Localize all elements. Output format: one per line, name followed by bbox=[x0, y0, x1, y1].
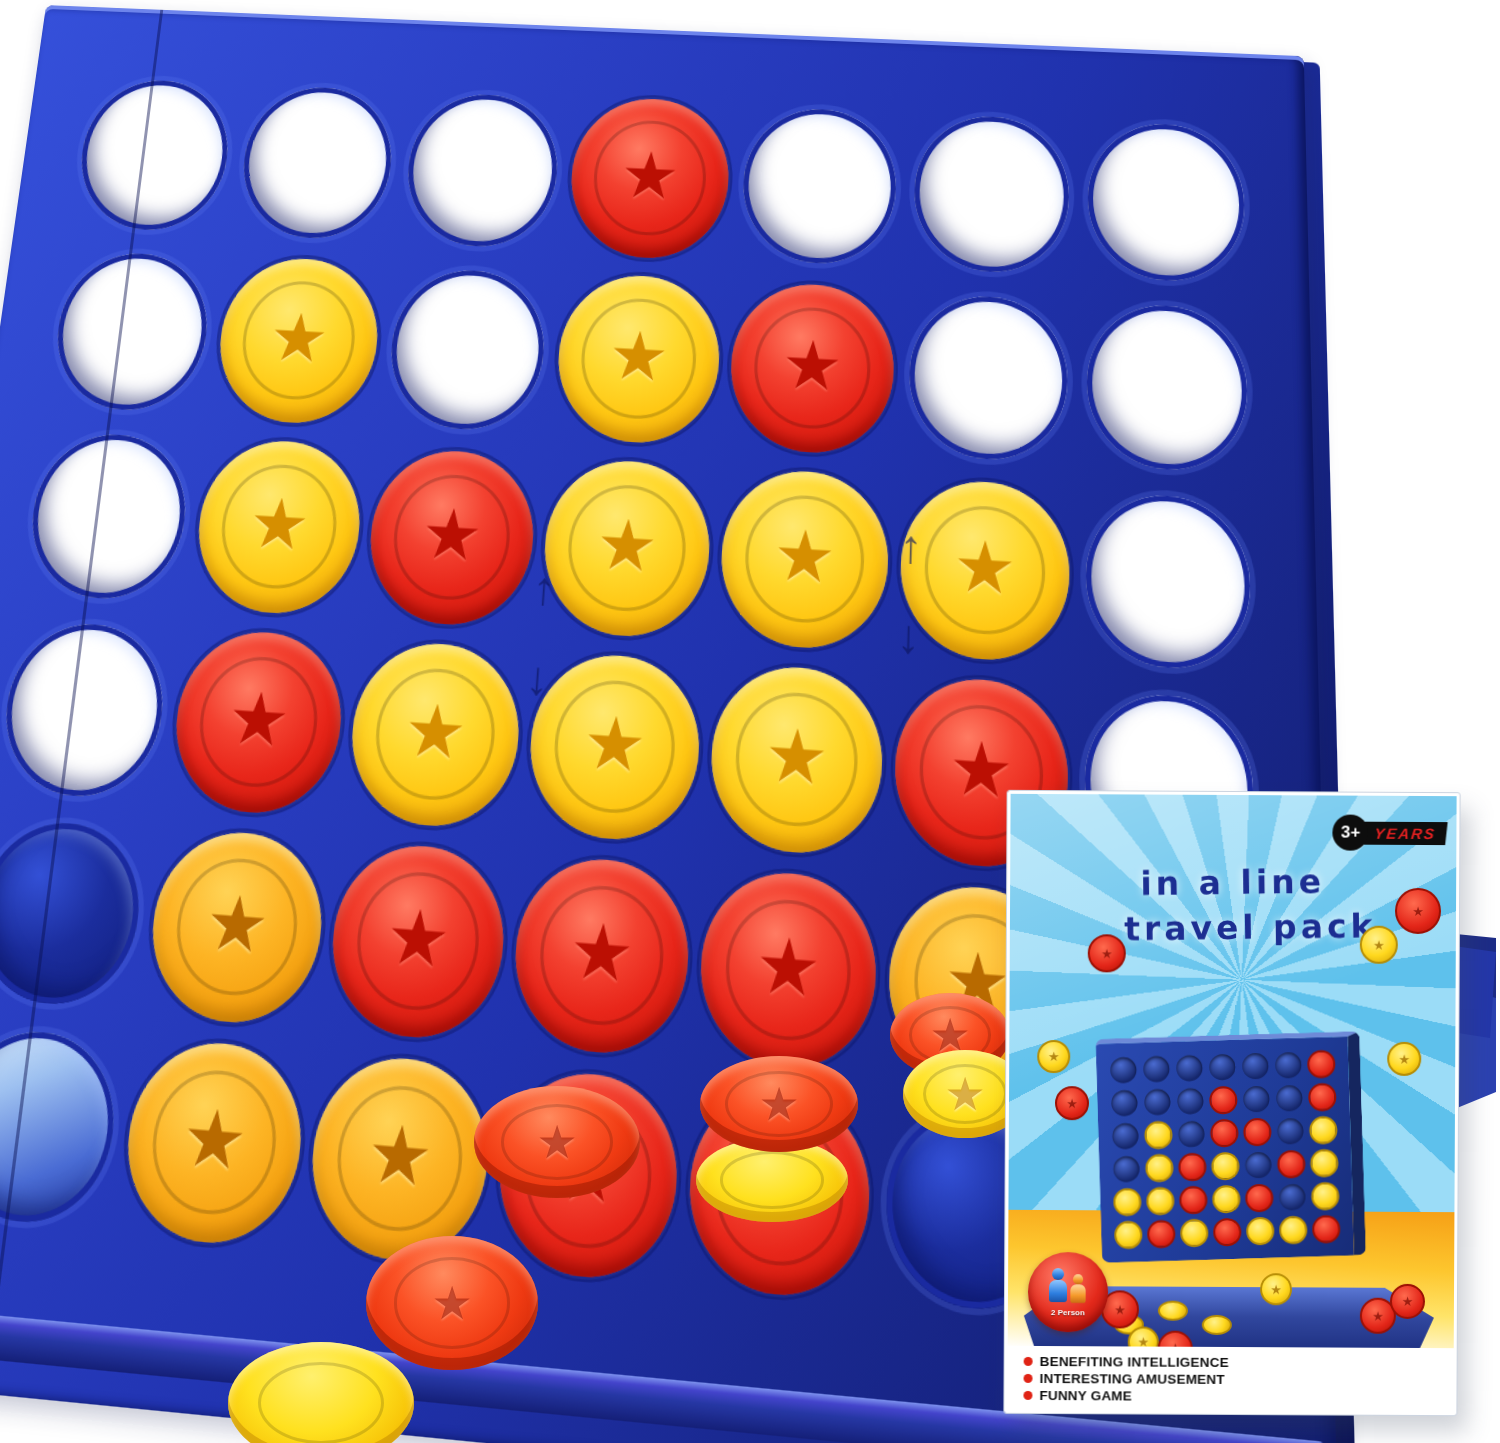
empty-hole bbox=[22, 431, 193, 604]
mini-cell-r3c3 bbox=[1177, 1120, 1206, 1149]
mini-empty-hole bbox=[1279, 1184, 1306, 1211]
cell-r4c3: ★ bbox=[345, 638, 523, 833]
mini-empty-hole bbox=[1209, 1054, 1236, 1081]
mini-cell-r5c5 bbox=[1245, 1184, 1274, 1213]
red-disc: ★ bbox=[167, 627, 349, 818]
cell-r2c7 bbox=[1084, 297, 1250, 478]
cell-r5c4: ★ bbox=[510, 853, 692, 1061]
empty-hole bbox=[907, 293, 1068, 464]
mini-empty-hole bbox=[1111, 1090, 1138, 1117]
cell-r1c7 bbox=[1085, 117, 1248, 289]
yellow-mini-disc-board bbox=[1279, 1216, 1308, 1245]
cell-r2c3 bbox=[382, 263, 552, 438]
mini-cell-r5c1 bbox=[1113, 1188, 1142, 1217]
mini-empty-hole bbox=[1144, 1089, 1171, 1116]
mini-cell-r4c7 bbox=[1310, 1149, 1339, 1178]
empty-hole bbox=[740, 106, 898, 267]
yellow-disc: ★ bbox=[190, 437, 367, 618]
age-years-label: YEARS bbox=[1359, 821, 1447, 844]
players-icons bbox=[1048, 1268, 1088, 1306]
star-emboss-icon: ★ bbox=[944, 1067, 985, 1121]
star-emboss-icon: ★ bbox=[754, 926, 822, 1010]
mini-cell-r1c7 bbox=[1307, 1050, 1336, 1079]
red-mini-disc-board bbox=[1277, 1150, 1306, 1179]
mini-cell-r5c7 bbox=[1311, 1182, 1340, 1211]
star-emboss-icon: ★ bbox=[1048, 1050, 1060, 1063]
red-mini-disc-floor: ★ bbox=[1390, 1284, 1425, 1319]
yellow-disc: ★ bbox=[707, 662, 884, 858]
mini-cell-r3c6 bbox=[1276, 1117, 1305, 1146]
cell-r2c1 bbox=[45, 246, 217, 418]
empty-hole bbox=[912, 114, 1069, 276]
mini-cell-r4c2 bbox=[1145, 1154, 1174, 1183]
cell-r3c7 bbox=[1083, 487, 1254, 678]
star-emboss-icon: ★ bbox=[607, 321, 671, 391]
mini-cell-r4c6 bbox=[1277, 1150, 1306, 1179]
mini-empty-hole bbox=[1275, 1052, 1302, 1079]
mini-cell-r1c3 bbox=[1175, 1054, 1204, 1083]
yellow-mini-disc-board bbox=[1311, 1182, 1340, 1211]
yellow-mini-disc-board bbox=[1211, 1152, 1240, 1181]
yellow-disc: ★ bbox=[118, 1037, 310, 1250]
mini-cell-r3c4 bbox=[1210, 1119, 1239, 1148]
mini-cell-r4c5 bbox=[1244, 1151, 1273, 1180]
cell-r4c1 bbox=[0, 615, 174, 806]
mini-empty-hole bbox=[1276, 1085, 1303, 1112]
star-emboss-icon: ★ bbox=[1066, 1097, 1078, 1110]
yellow-disc: ★ bbox=[212, 255, 385, 427]
star-emboss-icon: ★ bbox=[1373, 938, 1385, 951]
star-emboss-icon: ★ bbox=[567, 911, 636, 994]
yellow-mini-disc-board bbox=[1114, 1221, 1143, 1250]
product-box: 3+ YEARS in a line travel pack 2 Person … bbox=[1004, 791, 1459, 1415]
cell-r1c6 bbox=[910, 109, 1071, 279]
star-emboss-icon: ★ bbox=[536, 1115, 577, 1169]
cell-r1c2 bbox=[233, 81, 400, 246]
red-disc: ★ bbox=[363, 447, 539, 630]
yellow-mini-disc-scatter: ★ bbox=[1360, 926, 1398, 964]
cell-r3c1 bbox=[20, 426, 197, 607]
cell-r1c5 bbox=[737, 102, 900, 271]
mini-empty-hole bbox=[1277, 1118, 1304, 1145]
cell-r1c1 bbox=[70, 74, 238, 238]
yellow-mini-disc-tray bbox=[1202, 1315, 1232, 1335]
star-emboss-icon: ★ bbox=[431, 1276, 472, 1330]
molded-arrow-up-icon: ↑ bbox=[531, 562, 557, 617]
mini-cell-r2c3 bbox=[1176, 1087, 1205, 1116]
red-mini-disc-board bbox=[1147, 1220, 1176, 1249]
mini-cell-r3c7 bbox=[1309, 1116, 1338, 1145]
mini-cell-r1c6 bbox=[1274, 1051, 1303, 1080]
star-emboss-icon: ★ bbox=[953, 530, 1017, 606]
red-mini-disc-scatter: ★ bbox=[1088, 934, 1126, 972]
star-emboss-icon: ★ bbox=[402, 693, 470, 771]
yellow-mini-disc-scatter: ★ bbox=[1387, 1042, 1421, 1076]
mini-cell-r2c5 bbox=[1242, 1085, 1271, 1114]
empty-hole bbox=[1086, 302, 1248, 474]
mini-cell-r6c1 bbox=[1114, 1221, 1143, 1250]
feature-bullet: FUNNY GAME bbox=[1023, 1387, 1453, 1404]
empty-hole bbox=[1087, 121, 1245, 284]
star-emboss-icon: ★ bbox=[594, 509, 659, 583]
star-emboss-icon: ★ bbox=[1412, 904, 1424, 917]
star-emboss-icon: ★ bbox=[1398, 1052, 1410, 1065]
feature-bullet-text: BENEFITING INTELLIGENCE bbox=[1040, 1353, 1229, 1369]
mini-empty-hole bbox=[1245, 1152, 1272, 1179]
red-disc: ★ bbox=[727, 281, 896, 457]
empty-hole bbox=[72, 78, 235, 234]
mini-cell-r2c2 bbox=[1143, 1088, 1172, 1117]
mini-cell-r2c1 bbox=[1110, 1089, 1139, 1118]
red-disc: ★ bbox=[509, 854, 693, 1059]
star-emboss-icon: ★ bbox=[948, 730, 1014, 810]
scene: ★★★★★★★★★★★★★★★★★★★★★★★ ↑ ↓ ↑ ↓ 3+ YEARS… bbox=[0, 0, 1500, 1443]
age-circle: 3+ bbox=[1333, 815, 1369, 851]
cell-r4c4: ★ bbox=[525, 649, 702, 846]
cell-r3c2: ★ bbox=[191, 436, 366, 619]
cell-r5c5: ★ bbox=[697, 866, 877, 1076]
mini-empty-hole bbox=[1243, 1086, 1270, 1113]
yellow-mini-disc-board bbox=[1145, 1154, 1174, 1183]
star-emboss-icon: ★ bbox=[781, 330, 844, 401]
players-label: 2 Person bbox=[1051, 1308, 1085, 1317]
red-mini-disc-board bbox=[1307, 1050, 1336, 1079]
cell-r1c3 bbox=[399, 88, 565, 254]
red-disc: ★ bbox=[566, 96, 732, 262]
person-icon bbox=[1049, 1268, 1067, 1302]
mini-empty-hole bbox=[1176, 1055, 1203, 1082]
molded-arrow-down-icon: ↓ bbox=[896, 609, 920, 665]
star-emboss-icon: ★ bbox=[364, 1112, 435, 1199]
players-badge: 2 Person bbox=[1028, 1252, 1108, 1332]
red-mini-disc-board bbox=[1213, 1218, 1242, 1247]
mini-cell-r6c4 bbox=[1213, 1218, 1242, 1247]
mini-empty-hole bbox=[1242, 1053, 1269, 1080]
star-emboss-icon: ★ bbox=[202, 884, 272, 965]
mini-cell-r4c1 bbox=[1112, 1155, 1141, 1184]
mini-empty-hole bbox=[1112, 1123, 1139, 1150]
cell-r3c6: ★ bbox=[899, 476, 1068, 666]
box-title-line1: in a line bbox=[1140, 862, 1325, 903]
cell-r5c1 bbox=[0, 813, 151, 1015]
red-mini-disc-scatter: ★ bbox=[1395, 888, 1441, 934]
mini-cell-r4c4 bbox=[1211, 1152, 1240, 1181]
bullet-dot-icon bbox=[1024, 1356, 1033, 1365]
mini-empty-hole bbox=[1177, 1088, 1204, 1115]
mini-cell-r6c5 bbox=[1246, 1217, 1275, 1246]
empty-hole bbox=[48, 250, 215, 414]
empty-hole bbox=[402, 92, 563, 250]
cell-r3c4: ★ bbox=[540, 456, 712, 642]
box-mini-board bbox=[1096, 1031, 1367, 1263]
yellow-mini-disc-tray bbox=[1158, 1301, 1188, 1321]
yellow-disc: ★ bbox=[524, 650, 703, 844]
star-emboss-icon: ★ bbox=[1372, 1309, 1384, 1322]
yellow-mini-disc-scatter: ★ bbox=[1037, 1040, 1070, 1073]
yellow-disc: ★ bbox=[898, 477, 1070, 664]
yellow-disc: ★ bbox=[539, 457, 713, 641]
cell-r4c5: ★ bbox=[708, 661, 883, 859]
mini-cell-r2c4 bbox=[1209, 1086, 1238, 1115]
cell-r2c5: ★ bbox=[728, 280, 895, 458]
red-disc: ★ bbox=[325, 840, 510, 1044]
yellow-mini-disc-board bbox=[1310, 1149, 1339, 1178]
mini-empty-hole bbox=[1178, 1121, 1205, 1148]
molded-arrow-up-icon: ↑ bbox=[898, 520, 922, 575]
cell-r3c3: ★ bbox=[364, 446, 538, 631]
cell-r4c2: ★ bbox=[168, 626, 348, 819]
feature-bullets: BENEFITING INTELLIGENCEINTERESTING AMUSE… bbox=[1007, 1346, 1453, 1412]
mini-cell-r6c7 bbox=[1312, 1215, 1341, 1244]
mini-cell-r4c3 bbox=[1178, 1153, 1207, 1182]
star-emboss-icon: ★ bbox=[772, 519, 837, 594]
yellow-disc: ★ bbox=[553, 272, 723, 447]
yellow-mini-disc-board bbox=[1113, 1188, 1142, 1217]
mini-cell-r6c6 bbox=[1279, 1216, 1308, 1245]
mini-cell-r2c6 bbox=[1275, 1084, 1304, 1113]
empty-hole bbox=[385, 267, 550, 434]
star-emboss-icon: ★ bbox=[763, 717, 829, 796]
yellow-disc: ★ bbox=[344, 639, 524, 832]
cell-r6c2: ★ bbox=[119, 1036, 309, 1252]
red-disc: ★ bbox=[696, 867, 878, 1074]
feature-bullet-text: INTERESTING AMUSEMENT bbox=[1040, 1370, 1225, 1386]
mini-cell-r5c4 bbox=[1212, 1185, 1241, 1214]
yellow-disc: ★ bbox=[143, 827, 330, 1029]
yellow-mini-disc-board bbox=[1146, 1187, 1175, 1216]
mini-cell-r3c2 bbox=[1144, 1121, 1173, 1150]
feature-bullet-text: FUNNY GAME bbox=[1039, 1387, 1132, 1402]
red-mini-disc-board bbox=[1179, 1186, 1208, 1215]
star-emboss-icon: ★ bbox=[581, 705, 648, 783]
star-emboss-icon: ★ bbox=[266, 303, 331, 372]
feature-bullet: INTERESTING AMUSEMENT bbox=[1024, 1370, 1454, 1387]
red-loose-disc: ★ bbox=[366, 1236, 538, 1370]
star-emboss-icon: ★ bbox=[1101, 947, 1113, 960]
yellow-mini-disc-floor: ★ bbox=[1260, 1273, 1292, 1305]
red-loose-disc: ★ bbox=[474, 1086, 640, 1198]
person-icon bbox=[1070, 1274, 1085, 1303]
star-emboss-icon: ★ bbox=[1270, 1283, 1282, 1296]
mini-cell-r1c5 bbox=[1241, 1052, 1270, 1081]
yellow-mini-disc-board bbox=[1212, 1185, 1241, 1214]
red-mini-disc-board bbox=[1312, 1215, 1341, 1244]
star-emboss-icon: ★ bbox=[1114, 1303, 1126, 1316]
mini-cell-r5c3 bbox=[1179, 1186, 1208, 1215]
mini-cell-r2c7 bbox=[1308, 1083, 1337, 1112]
yellow-disc: ★ bbox=[304, 1052, 494, 1267]
yellow-mini-disc-board bbox=[1309, 1116, 1338, 1145]
red-mini-disc-board bbox=[1178, 1153, 1207, 1182]
star-emboss-icon: ★ bbox=[1402, 1295, 1414, 1308]
star-emboss-icon: ★ bbox=[619, 142, 681, 209]
mini-empty-hole bbox=[1113, 1156, 1140, 1183]
mini-cell-r1c2 bbox=[1142, 1055, 1171, 1084]
cell-r2c4: ★ bbox=[554, 271, 722, 448]
red-loose-disc: ★ bbox=[700, 1056, 858, 1152]
star-emboss-icon: ★ bbox=[178, 1097, 250, 1183]
star-emboss-icon: ★ bbox=[419, 498, 485, 572]
bullet-dot-icon bbox=[1023, 1390, 1032, 1399]
red-mini-disc-board bbox=[1209, 1086, 1238, 1115]
mini-cell-r5c2 bbox=[1146, 1187, 1175, 1216]
star-emboss-icon: ★ bbox=[225, 681, 293, 758]
red-mini-disc-board bbox=[1243, 1118, 1272, 1147]
empty-hole bbox=[1085, 491, 1251, 673]
mini-cell-r6c2 bbox=[1147, 1220, 1176, 1249]
empty-hole bbox=[0, 818, 148, 1010]
mini-empty-hole bbox=[1110, 1057, 1137, 1084]
star-emboss-icon: ★ bbox=[246, 488, 313, 561]
mini-cell-r6c3 bbox=[1180, 1219, 1209, 1248]
star-emboss-icon: ★ bbox=[758, 1077, 799, 1131]
mini-cell-r3c1 bbox=[1111, 1122, 1140, 1151]
cell-r2c2: ★ bbox=[213, 254, 384, 428]
cell-r2c6 bbox=[905, 289, 1070, 469]
mini-cell-r5c6 bbox=[1278, 1183, 1307, 1212]
yellow-disc: ★ bbox=[717, 467, 890, 653]
yellow-mini-disc-board bbox=[1180, 1219, 1209, 1248]
cell-r3c5: ★ bbox=[718, 466, 889, 654]
cell-r1c4: ★ bbox=[567, 95, 731, 263]
age-badge: 3+ YEARS bbox=[1333, 820, 1447, 847]
red-mini-disc-board bbox=[1308, 1083, 1337, 1112]
bullet-dot-icon bbox=[1024, 1373, 1033, 1382]
mini-cell-r1c4 bbox=[1208, 1053, 1237, 1082]
star-emboss-icon: ★ bbox=[383, 897, 452, 979]
yellow-mini-disc-board bbox=[1246, 1217, 1275, 1246]
cell-r5c3: ★ bbox=[326, 839, 509, 1045]
cell-r5c2: ★ bbox=[144, 826, 329, 1030]
feature-bullet: BENEFITING INTELLIGENCE bbox=[1024, 1353, 1454, 1370]
yellow-mini-disc-board bbox=[1144, 1121, 1173, 1150]
red-mini-disc-board bbox=[1245, 1184, 1274, 1213]
empty-hole bbox=[0, 620, 172, 802]
mini-empty-hole bbox=[1143, 1056, 1170, 1083]
empty-hole bbox=[236, 85, 398, 242]
red-mini-disc-scatter: ★ bbox=[1055, 1086, 1089, 1120]
red-mini-disc-board bbox=[1210, 1119, 1239, 1148]
mini-cell-r1c1 bbox=[1109, 1056, 1138, 1085]
molded-arrow-down-icon: ↓ bbox=[524, 651, 550, 707]
mini-cell-r3c5 bbox=[1243, 1118, 1272, 1147]
